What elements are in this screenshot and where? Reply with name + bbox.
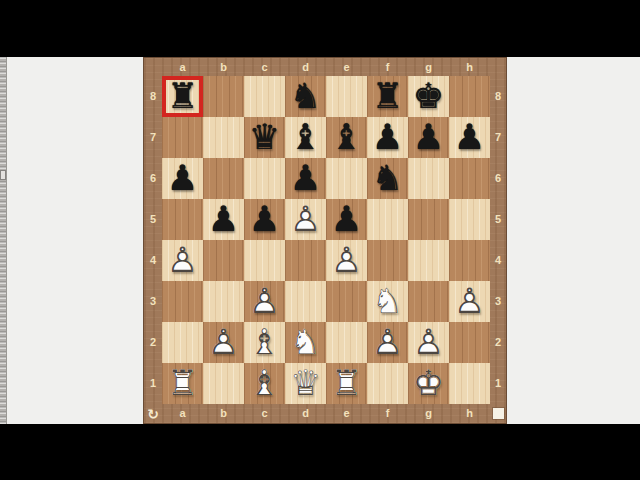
piece-white-king: ♚♔ [408, 363, 449, 404]
square-b4[interactable] [203, 240, 244, 281]
piece-white-knight: ♞♘ [367, 281, 408, 322]
white-bishop-outline: ♗ [244, 363, 285, 404]
piece-black-pawn: ♟ [162, 158, 203, 199]
square-c7[interactable]: ♛ [244, 117, 285, 158]
square-b3[interactable] [203, 281, 244, 322]
square-g1[interactable]: ♚♔ [408, 363, 449, 404]
square-h3[interactable]: ♟♙ [449, 281, 490, 322]
flip-board-corner: ↻ [144, 404, 162, 423]
rank-label-3-left: 3 [144, 281, 162, 322]
piece-black-pawn: ♟ [285, 158, 326, 199]
square-d3[interactable] [285, 281, 326, 322]
square-b6[interactable] [203, 158, 244, 199]
piece-black-king: ♚ [408, 76, 449, 117]
square-g5[interactable] [408, 199, 449, 240]
square-e2[interactable] [326, 322, 367, 363]
piece-black-pawn: ♟ [203, 199, 244, 240]
square-d7[interactable]: ♝ [285, 117, 326, 158]
square-e3[interactable] [326, 281, 367, 322]
piece-black-pawn: ♟ [244, 199, 285, 240]
square-b1[interactable] [203, 363, 244, 404]
square-h6[interactable] [449, 158, 490, 199]
square-c3[interactable]: ♟♙ [244, 281, 285, 322]
black-pawn-glyph: ♟ [326, 199, 367, 240]
square-e5[interactable]: ♟ [326, 199, 367, 240]
white-pawn-outline: ♙ [367, 322, 408, 363]
black-knight-glyph: ♞ [285, 76, 326, 117]
square-a2[interactable] [162, 322, 203, 363]
file-label-a-bottom: a [162, 404, 203, 423]
white-pawn-outline: ♙ [203, 322, 244, 363]
white-pawn-outline: ♙ [285, 199, 326, 240]
letterbox-top-bar [0, 0, 640, 57]
white-rook-outline: ♖ [162, 363, 203, 404]
piece-white-queen: ♛♕ [285, 363, 326, 404]
rank-label-1-right: 1 [490, 363, 506, 404]
square-d5[interactable]: ♟♙ [285, 199, 326, 240]
file-label-g-top: g [408, 58, 449, 76]
rank-label-7-left: 7 [144, 117, 162, 158]
square-c6[interactable] [244, 158, 285, 199]
white-bishop-outline: ♗ [244, 322, 285, 363]
square-h8[interactable] [449, 76, 490, 117]
square-d4[interactable] [285, 240, 326, 281]
black-pawn-glyph: ♟ [162, 158, 203, 199]
white-king-outline: ♔ [408, 363, 449, 404]
letterbox-bottom-bar [0, 424, 640, 480]
square-a1[interactable]: ♜♖ [162, 363, 203, 404]
black-pawn-glyph: ♟ [408, 117, 449, 158]
file-label-c-bottom: c [244, 404, 285, 423]
piece-white-rook: ♜♖ [326, 363, 367, 404]
piece-black-pawn: ♟ [449, 117, 490, 158]
square-c5[interactable]: ♟ [244, 199, 285, 240]
file-label-b-top: b [203, 58, 244, 76]
square-c4[interactable] [244, 240, 285, 281]
file-label-d-bottom: d [285, 404, 326, 423]
page-content: abcdefgh8♜♞♜♚87♛♝♝♟♟♟76♟♟♞65♟♟♟♙♟54♟♙♟♙4… [0, 57, 640, 424]
side-to-move-corner [490, 404, 506, 423]
square-e4[interactable]: ♟♙ [326, 240, 367, 281]
square-e1[interactable]: ♜♖ [326, 363, 367, 404]
file-label-d-top: d [285, 58, 326, 76]
square-f5[interactable] [367, 199, 408, 240]
square-f7[interactable]: ♟ [367, 117, 408, 158]
piece-white-pawn: ♟♙ [244, 281, 285, 322]
piece-black-rook: ♜ [162, 76, 203, 117]
square-g7[interactable]: ♟ [408, 117, 449, 158]
square-h7[interactable]: ♟ [449, 117, 490, 158]
rank-label-5-right: 5 [490, 199, 506, 240]
square-g8[interactable]: ♚ [408, 76, 449, 117]
square-h1[interactable] [449, 363, 490, 404]
piece-white-pawn: ♟♙ [367, 322, 408, 363]
piece-black-knight: ♞ [367, 158, 408, 199]
frame-corner-top-right [490, 58, 506, 76]
white-knight-outline: ♘ [367, 281, 408, 322]
square-h4[interactable] [449, 240, 490, 281]
black-rook-glyph: ♜ [367, 76, 408, 117]
square-b8[interactable] [203, 76, 244, 117]
square-f2[interactable]: ♟♙ [367, 322, 408, 363]
square-d2[interactable]: ♞♘ [285, 322, 326, 363]
white-pawn-outline: ♙ [449, 281, 490, 322]
black-queen-glyph: ♛ [244, 117, 285, 158]
piece-black-pawn: ♟ [326, 199, 367, 240]
piece-white-pawn: ♟♙ [326, 240, 367, 281]
piece-black-rook: ♜ [367, 76, 408, 117]
file-label-e-top: e [326, 58, 367, 76]
square-h2[interactable] [449, 322, 490, 363]
piece-black-knight: ♞ [285, 76, 326, 117]
square-f3[interactable]: ♞♘ [367, 281, 408, 322]
piece-white-pawn: ♟♙ [449, 281, 490, 322]
piece-white-pawn: ♟♙ [203, 322, 244, 363]
piece-white-bishop: ♝♗ [244, 322, 285, 363]
square-g6[interactable] [408, 158, 449, 199]
rank-label-1-left: 1 [144, 363, 162, 404]
square-a8[interactable]: ♜ [162, 76, 203, 117]
piece-white-pawn: ♟♙ [162, 240, 203, 281]
piece-white-pawn: ♟♙ [408, 322, 449, 363]
rank-label-7-right: 7 [490, 117, 506, 158]
square-e7[interactable]: ♝ [326, 117, 367, 158]
rank-label-6-right: 6 [490, 158, 506, 199]
square-a7[interactable] [162, 117, 203, 158]
square-f6[interactable]: ♞ [367, 158, 408, 199]
square-d6[interactable]: ♟ [285, 158, 326, 199]
square-b2[interactable]: ♟♙ [203, 322, 244, 363]
square-e8[interactable] [326, 76, 367, 117]
black-pawn-glyph: ♟ [449, 117, 490, 158]
file-label-g-bottom: g [408, 404, 449, 423]
rank-label-6-left: 6 [144, 158, 162, 199]
square-e6[interactable] [326, 158, 367, 199]
frame-corner-top-left [144, 58, 162, 76]
white-rook-outline: ♖ [326, 363, 367, 404]
rank-label-4-right: 4 [490, 240, 506, 281]
black-rook-glyph: ♜ [162, 76, 203, 117]
square-f4[interactable] [367, 240, 408, 281]
square-f8[interactable]: ♜ [367, 76, 408, 117]
square-b5[interactable]: ♟ [203, 199, 244, 240]
flip-board-icon[interactable]: ↻ [147, 407, 159, 421]
black-pawn-glyph: ♟ [367, 117, 408, 158]
file-label-e-bottom: e [326, 404, 367, 423]
piece-black-bishop: ♝ [326, 117, 367, 158]
rank-label-4-left: 4 [144, 240, 162, 281]
file-label-h-bottom: h [449, 404, 490, 423]
piece-white-bishop: ♝♗ [244, 363, 285, 404]
file-label-a-top: a [162, 58, 203, 76]
rank-label-2-right: 2 [490, 322, 506, 363]
file-label-h-top: h [449, 58, 490, 76]
white-pawn-outline: ♙ [162, 240, 203, 281]
square-g4[interactable] [408, 240, 449, 281]
piece-black-pawn: ♟ [367, 117, 408, 158]
black-bishop-glyph: ♝ [285, 117, 326, 158]
rank-label-8-right: 8 [490, 76, 506, 117]
square-c8[interactable] [244, 76, 285, 117]
piece-white-pawn: ♟♙ [285, 199, 326, 240]
white-pawn-outline: ♙ [244, 281, 285, 322]
square-d8[interactable]: ♞ [285, 76, 326, 117]
piece-black-pawn: ♟ [408, 117, 449, 158]
file-label-f-top: f [367, 58, 408, 76]
black-bishop-glyph: ♝ [326, 117, 367, 158]
chess-board: abcdefgh8♜♞♜♚87♛♝♝♟♟♟76♟♟♞65♟♟♟♙♟54♟♙♟♙4… [143, 57, 507, 424]
rank-label-8-left: 8 [144, 76, 162, 117]
square-a6[interactable]: ♟ [162, 158, 203, 199]
black-knight-glyph: ♞ [367, 158, 408, 199]
piece-black-bishop: ♝ [285, 117, 326, 158]
square-a3[interactable] [162, 281, 203, 322]
square-b7[interactable] [203, 117, 244, 158]
file-label-c-top: c [244, 58, 285, 76]
square-d1[interactable]: ♛♕ [285, 363, 326, 404]
square-g3[interactable] [408, 281, 449, 322]
square-c2[interactable]: ♝♗ [244, 322, 285, 363]
black-pawn-glyph: ♟ [285, 158, 326, 199]
rank-label-2-left: 2 [144, 322, 162, 363]
black-king-glyph: ♚ [408, 76, 449, 117]
piece-black-queen: ♛ [244, 117, 285, 158]
piece-white-rook: ♜♖ [162, 363, 203, 404]
square-a5[interactable] [162, 199, 203, 240]
video-frame: { "game": { "name": "chess", "board_view… [0, 0, 640, 480]
black-pawn-glyph: ♟ [203, 199, 244, 240]
piece-white-knight: ♞♘ [285, 322, 326, 363]
side-to-move-indicator [493, 408, 504, 419]
file-label-f-bottom: f [367, 404, 408, 423]
file-label-b-bottom: b [203, 404, 244, 423]
square-h5[interactable] [449, 199, 490, 240]
black-pawn-glyph: ♟ [244, 199, 285, 240]
white-pawn-outline: ♙ [408, 322, 449, 363]
square-c1[interactable]: ♝♗ [244, 363, 285, 404]
square-f1[interactable] [367, 363, 408, 404]
white-queen-outline: ♕ [285, 363, 326, 404]
square-a4[interactable]: ♟♙ [162, 240, 203, 281]
square-g2[interactable]: ♟♙ [408, 322, 449, 363]
rank-label-3-right: 3 [490, 281, 506, 322]
white-pawn-outline: ♙ [326, 240, 367, 281]
left-edge-strip [0, 57, 7, 424]
rank-label-5-left: 5 [144, 199, 162, 240]
splitter-handle[interactable] [0, 170, 6, 180]
white-knight-outline: ♘ [285, 322, 326, 363]
